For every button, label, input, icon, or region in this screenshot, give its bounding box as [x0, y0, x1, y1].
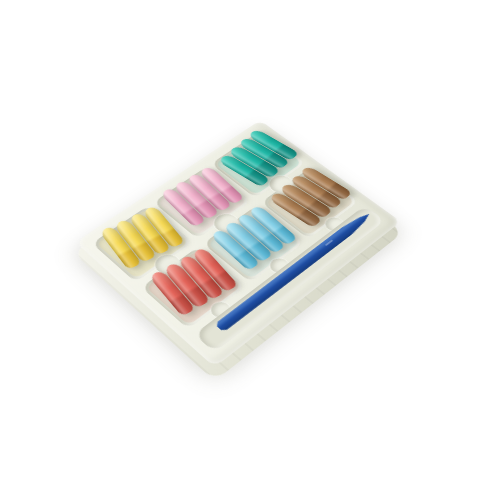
- tray-top-surface: [75, 120, 400, 367]
- tool-seam: [325, 239, 333, 245]
- clay-tray: [75, 120, 400, 367]
- product-photo: [0, 0, 479, 479]
